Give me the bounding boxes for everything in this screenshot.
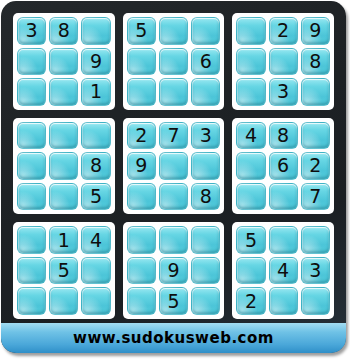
cell-r7c4[interactable] bbox=[127, 226, 156, 254]
cell-r6c2[interactable] bbox=[49, 183, 78, 211]
footer: www.sudokusweb.com bbox=[1, 323, 346, 353]
cell-r6c9[interactable]: 7 bbox=[301, 183, 330, 211]
cell-r6c6[interactable]: 8 bbox=[191, 183, 220, 211]
cell-r5c2[interactable] bbox=[49, 152, 78, 180]
cell-r1c5[interactable] bbox=[159, 17, 188, 45]
cell-r1c6[interactable] bbox=[191, 17, 220, 45]
cell-r6c5[interactable] bbox=[159, 183, 188, 211]
box-5: 27398 bbox=[123, 118, 225, 215]
cell-r1c1[interactable]: 3 bbox=[17, 17, 46, 45]
cell-r4c8[interactable]: 8 bbox=[269, 122, 298, 150]
sudoku-panel: 3891562983852739848627145955432 www.sudo… bbox=[1, 1, 346, 353]
cell-r8c9[interactable]: 3 bbox=[301, 257, 330, 285]
cell-r2c2[interactable] bbox=[49, 48, 78, 76]
cell-r2c5[interactable] bbox=[159, 48, 188, 76]
website-link[interactable]: www.sudokusweb.com bbox=[73, 329, 274, 347]
cell-r4c5[interactable]: 7 bbox=[159, 122, 188, 150]
cell-r7c1[interactable] bbox=[17, 226, 46, 254]
cell-r5c6[interactable] bbox=[191, 152, 220, 180]
cell-r2c9[interactable]: 8 bbox=[301, 48, 330, 76]
cell-r2c6[interactable]: 6 bbox=[191, 48, 220, 76]
cell-r4c7[interactable]: 4 bbox=[236, 122, 265, 150]
cell-r1c2[interactable]: 8 bbox=[49, 17, 78, 45]
cell-r4c6[interactable]: 3 bbox=[191, 122, 220, 150]
cell-r8c3[interactable] bbox=[81, 257, 110, 285]
cell-r6c4[interactable] bbox=[127, 183, 156, 211]
cell-r2c1[interactable] bbox=[17, 48, 46, 76]
box-4: 85 bbox=[13, 118, 115, 215]
cell-r2c4[interactable] bbox=[127, 48, 156, 76]
cell-r3c8[interactable]: 3 bbox=[269, 78, 298, 106]
cell-r7c9[interactable] bbox=[301, 226, 330, 254]
cell-r6c8[interactable] bbox=[269, 183, 298, 211]
cell-r3c5[interactable] bbox=[159, 78, 188, 106]
cell-r7c8[interactable] bbox=[269, 226, 298, 254]
cell-r9c3[interactable] bbox=[81, 287, 110, 315]
cell-r6c7[interactable] bbox=[236, 183, 265, 211]
cell-r2c8[interactable] bbox=[269, 48, 298, 76]
cell-r3c6[interactable] bbox=[191, 78, 220, 106]
cell-r9c1[interactable] bbox=[17, 287, 46, 315]
cell-r7c7[interactable]: 5 bbox=[236, 226, 265, 254]
cell-r8c8[interactable]: 4 bbox=[269, 257, 298, 285]
box-8: 95 bbox=[123, 222, 225, 319]
cell-r5c4[interactable]: 9 bbox=[127, 152, 156, 180]
box-1: 3891 bbox=[13, 13, 115, 110]
box-6: 48627 bbox=[232, 118, 334, 215]
cell-r5c5[interactable] bbox=[159, 152, 188, 180]
cell-r7c2[interactable]: 1 bbox=[49, 226, 78, 254]
cell-r6c1[interactable] bbox=[17, 183, 46, 211]
cell-r9c6[interactable] bbox=[191, 287, 220, 315]
cell-r2c7[interactable] bbox=[236, 48, 265, 76]
cell-r9c7[interactable]: 2 bbox=[236, 287, 265, 315]
cell-r8c5[interactable]: 9 bbox=[159, 257, 188, 285]
cell-r1c8[interactable]: 2 bbox=[269, 17, 298, 45]
cell-r5c3[interactable]: 8 bbox=[81, 152, 110, 180]
cell-r8c4[interactable] bbox=[127, 257, 156, 285]
cell-r9c9[interactable] bbox=[301, 287, 330, 315]
box-2: 56 bbox=[123, 13, 225, 110]
cell-r8c6[interactable] bbox=[191, 257, 220, 285]
cell-r3c4[interactable] bbox=[127, 78, 156, 106]
cell-r8c2[interactable]: 5 bbox=[49, 257, 78, 285]
cell-r4c9[interactable] bbox=[301, 122, 330, 150]
cell-r7c3[interactable]: 4 bbox=[81, 226, 110, 254]
cell-r7c5[interactable] bbox=[159, 226, 188, 254]
box-9: 5432 bbox=[232, 222, 334, 319]
cell-r2c3[interactable]: 9 bbox=[81, 48, 110, 76]
cell-r3c1[interactable] bbox=[17, 78, 46, 106]
cell-r4c4[interactable]: 2 bbox=[127, 122, 156, 150]
cell-r4c3[interactable] bbox=[81, 122, 110, 150]
cell-r1c9[interactable]: 9 bbox=[301, 17, 330, 45]
cell-r8c7[interactable] bbox=[236, 257, 265, 285]
cell-r1c7[interactable] bbox=[236, 17, 265, 45]
cell-r5c9[interactable]: 2 bbox=[301, 152, 330, 180]
box-3: 2983 bbox=[232, 13, 334, 110]
cell-r1c3[interactable] bbox=[81, 17, 110, 45]
cell-r5c7[interactable] bbox=[236, 152, 265, 180]
cell-r3c9[interactable] bbox=[301, 78, 330, 106]
cell-r8c1[interactable] bbox=[17, 257, 46, 285]
cell-r9c2[interactable] bbox=[49, 287, 78, 315]
cell-r3c7[interactable] bbox=[236, 78, 265, 106]
cell-r9c8[interactable] bbox=[269, 287, 298, 315]
cell-r5c1[interactable] bbox=[17, 152, 46, 180]
cell-r6c3[interactable]: 5 bbox=[81, 183, 110, 211]
cell-r5c8[interactable]: 6 bbox=[269, 152, 298, 180]
cell-r3c2[interactable] bbox=[49, 78, 78, 106]
cell-r1c4[interactable]: 5 bbox=[127, 17, 156, 45]
cell-r4c1[interactable] bbox=[17, 122, 46, 150]
box-7: 145 bbox=[13, 222, 115, 319]
cell-r9c4[interactable] bbox=[127, 287, 156, 315]
cell-r3c3[interactable]: 1 bbox=[81, 78, 110, 106]
cell-r7c6[interactable] bbox=[191, 226, 220, 254]
sudoku-board: 3891562983852739848627145955432 bbox=[1, 1, 346, 323]
cell-r9c5[interactable]: 5 bbox=[159, 287, 188, 315]
cell-r4c2[interactable] bbox=[49, 122, 78, 150]
